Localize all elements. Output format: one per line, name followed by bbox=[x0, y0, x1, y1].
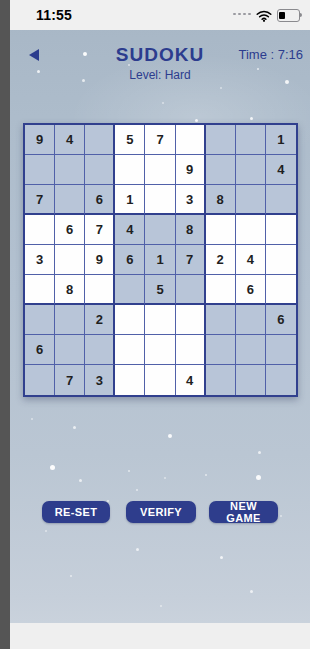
sudoku-cell[interactable] bbox=[25, 365, 55, 395]
sudoku-board: 94571947613867483961724856266734 bbox=[23, 123, 298, 397]
sudoku-cell[interactable] bbox=[55, 305, 85, 335]
sudoku-cell[interactable]: 7 bbox=[85, 215, 115, 245]
snow-dot bbox=[160, 605, 162, 607]
sudoku-cell[interactable] bbox=[236, 185, 266, 215]
snow-dot bbox=[79, 479, 82, 482]
sudoku-cell[interactable] bbox=[266, 245, 296, 275]
sudoku-cell[interactable]: 1 bbox=[145, 245, 175, 275]
sudoku-cell[interactable] bbox=[25, 305, 55, 335]
sudoku-cell[interactable]: 2 bbox=[85, 305, 115, 335]
sudoku-cell[interactable] bbox=[206, 365, 236, 395]
sudoku-cell[interactable]: 7 bbox=[55, 365, 85, 395]
level-label: Level: Hard bbox=[10, 68, 310, 82]
sudoku-cell[interactable] bbox=[145, 155, 175, 185]
bottom-bar bbox=[10, 623, 310, 649]
sudoku-cell[interactable] bbox=[145, 335, 175, 365]
sudoku-cell[interactable] bbox=[266, 215, 296, 245]
sudoku-cell[interactable] bbox=[25, 275, 55, 305]
status-bar: 11:55 bbox=[10, 0, 310, 30]
sudoku-cell[interactable]: 2 bbox=[206, 245, 236, 275]
cellular-dots-icon bbox=[233, 13, 251, 19]
sudoku-cell[interactable] bbox=[55, 245, 85, 275]
sudoku-cell[interactable]: 3 bbox=[176, 185, 206, 215]
sudoku-cell[interactable]: 4 bbox=[236, 245, 266, 275]
sudoku-cell[interactable]: 5 bbox=[145, 275, 175, 305]
sudoku-cell[interactable] bbox=[266, 335, 296, 365]
sudoku-cell[interactable]: 7 bbox=[25, 185, 55, 215]
snow-dot bbox=[136, 548, 139, 551]
sudoku-cell[interactable] bbox=[206, 305, 236, 335]
snow-dot bbox=[258, 451, 261, 454]
sudoku-cell[interactable]: 6 bbox=[25, 335, 55, 365]
sudoku-cell[interactable] bbox=[236, 305, 266, 335]
battery-icon bbox=[277, 9, 300, 22]
sudoku-cell[interactable] bbox=[145, 185, 175, 215]
snow-dot bbox=[164, 477, 166, 479]
sudoku-cell[interactable] bbox=[266, 275, 296, 305]
snow-dot bbox=[136, 489, 138, 491]
sudoku-cell[interactable] bbox=[55, 335, 85, 365]
sudoku-cell[interactable] bbox=[85, 335, 115, 365]
snow-dot bbox=[250, 590, 253, 593]
new-game-button[interactable]: NEW GAME bbox=[209, 501, 278, 523]
snow-dot bbox=[205, 474, 207, 476]
sudoku-cell[interactable]: 3 bbox=[25, 245, 55, 275]
sudoku-cell[interactable] bbox=[176, 125, 206, 155]
snow-dot bbox=[73, 426, 76, 429]
sudoku-cell[interactable] bbox=[115, 305, 145, 335]
sudoku-cell[interactable] bbox=[266, 365, 296, 395]
app-screen: 11:55 SUDOKU Time : 7:16 Level: Hard 945… bbox=[10, 0, 310, 649]
snow-dot bbox=[168, 434, 172, 438]
snow-dot bbox=[50, 465, 55, 470]
sudoku-cell[interactable]: 9 bbox=[176, 155, 206, 185]
sudoku-cell[interactable]: 6 bbox=[55, 215, 85, 245]
sudoku-cell[interactable]: 3 bbox=[85, 365, 115, 395]
sudoku-cell[interactable]: 8 bbox=[55, 275, 85, 305]
sudoku-cell[interactable] bbox=[85, 155, 115, 185]
sudoku-cell[interactable] bbox=[145, 365, 175, 395]
sudoku-cell[interactable]: 6 bbox=[85, 185, 115, 215]
sudoku-cell[interactable] bbox=[236, 125, 266, 155]
sudoku-cell[interactable] bbox=[266, 185, 296, 215]
snow-dot bbox=[162, 102, 164, 104]
sudoku-cell[interactable] bbox=[176, 275, 206, 305]
timer-label: Time : 7:16 bbox=[238, 47, 303, 62]
sudoku-cell[interactable]: 1 bbox=[115, 185, 145, 215]
sudoku-cell[interactable] bbox=[55, 185, 85, 215]
snow-dot bbox=[31, 418, 33, 420]
snow-dot bbox=[220, 87, 222, 89]
sudoku-cell[interactable] bbox=[236, 335, 266, 365]
sudoku-cell[interactable]: 1 bbox=[266, 125, 296, 155]
sudoku-cell[interactable]: 6 bbox=[115, 245, 145, 275]
sudoku-cell[interactable]: 4 bbox=[55, 125, 85, 155]
sudoku-cell[interactable] bbox=[85, 275, 115, 305]
sudoku-cell[interactable] bbox=[206, 125, 236, 155]
sudoku-cell[interactable] bbox=[25, 155, 55, 185]
sudoku-cell[interactable] bbox=[145, 305, 175, 335]
sudoku-cell[interactable] bbox=[25, 215, 55, 245]
sudoku-cell[interactable]: 5 bbox=[115, 125, 145, 155]
sudoku-cell[interactable] bbox=[176, 335, 206, 365]
status-time: 11:55 bbox=[36, 7, 72, 23]
sudoku-cell[interactable] bbox=[206, 275, 236, 305]
sudoku-cell[interactable] bbox=[115, 275, 145, 305]
sudoku-cell[interactable] bbox=[115, 155, 145, 185]
sudoku-cell[interactable] bbox=[236, 365, 266, 395]
sudoku-cell[interactable]: 8 bbox=[176, 215, 206, 245]
snow-dot bbox=[128, 470, 130, 472]
sudoku-cell[interactable] bbox=[236, 215, 266, 245]
sudoku-cell[interactable] bbox=[206, 155, 236, 185]
sudoku-cell[interactable]: 7 bbox=[176, 245, 206, 275]
sudoku-cell[interactable]: 8 bbox=[206, 185, 236, 215]
sudoku-cell[interactable] bbox=[206, 215, 236, 245]
sudoku-cell[interactable]: 6 bbox=[236, 275, 266, 305]
sudoku-cell[interactable] bbox=[236, 155, 266, 185]
sudoku-cell[interactable]: 9 bbox=[85, 245, 115, 275]
sudoku-cell[interactable] bbox=[145, 215, 175, 245]
sudoku-cell[interactable]: 7 bbox=[145, 125, 175, 155]
sudoku-cell[interactable] bbox=[55, 155, 85, 185]
snow-dot bbox=[280, 515, 282, 517]
sudoku-cell[interactable] bbox=[176, 305, 206, 335]
sudoku-cell[interactable]: 4 bbox=[115, 215, 145, 245]
sudoku-cell[interactable]: 9 bbox=[25, 125, 55, 155]
snow-dot bbox=[256, 475, 261, 480]
sudoku-cell[interactable] bbox=[115, 335, 145, 365]
sudoku-cell[interactable]: 4 bbox=[266, 155, 296, 185]
sudoku-cell[interactable]: 4 bbox=[176, 365, 206, 395]
sudoku-cell[interactable] bbox=[85, 125, 115, 155]
snow-dot bbox=[220, 556, 223, 559]
snow-dot bbox=[70, 575, 72, 577]
status-icons bbox=[233, 9, 300, 22]
sudoku-cell[interactable]: 6 bbox=[266, 305, 296, 335]
snow-dot bbox=[195, 119, 198, 122]
snow-dot bbox=[45, 530, 47, 532]
sudoku-cell[interactable] bbox=[206, 335, 236, 365]
snow-dot bbox=[250, 117, 253, 120]
wifi-icon bbox=[256, 10, 272, 22]
verify-button[interactable]: VERIFY bbox=[126, 501, 196, 523]
reset-button[interactable]: RE-SET bbox=[42, 501, 110, 523]
sudoku-cell[interactable] bbox=[115, 365, 145, 395]
